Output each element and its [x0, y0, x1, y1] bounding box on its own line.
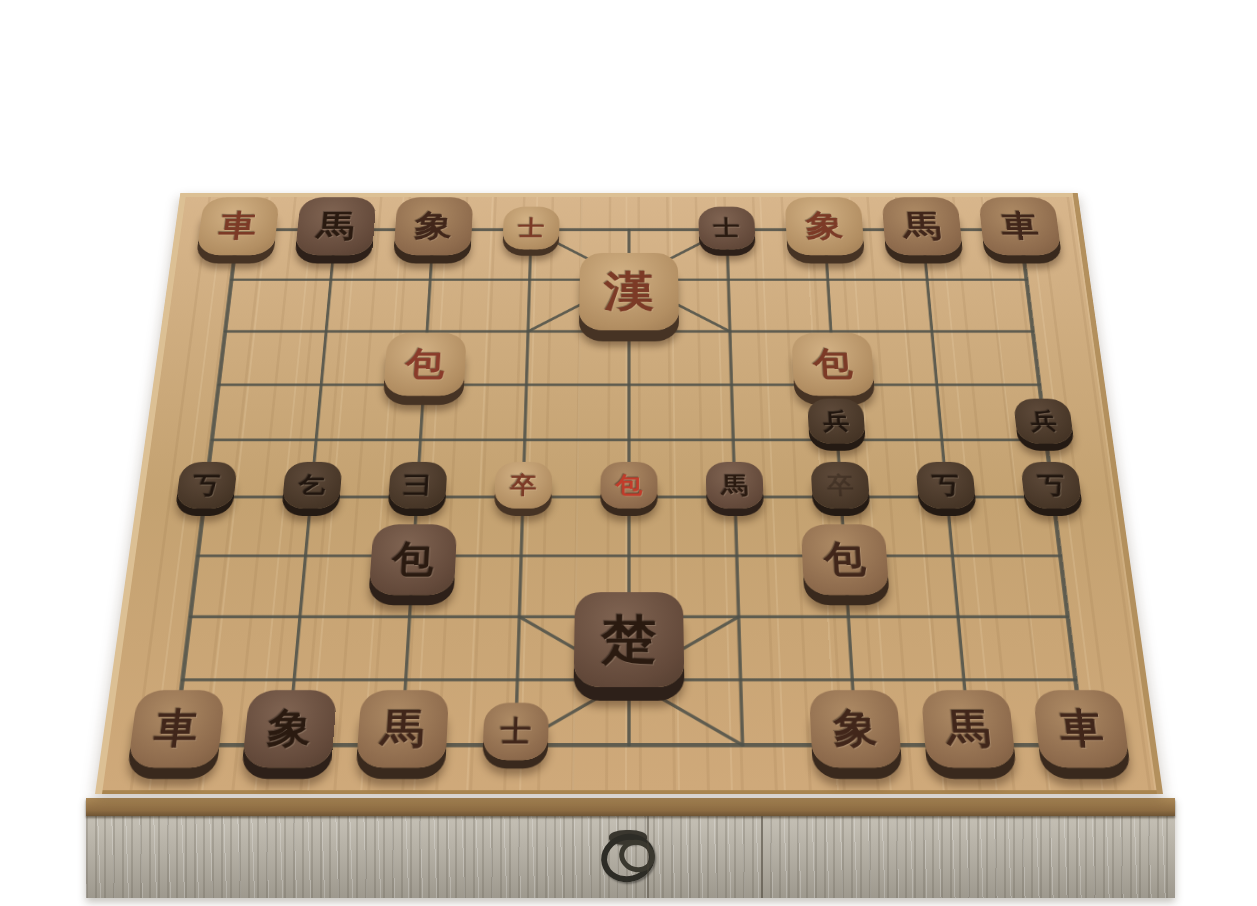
piece-glyph: 馬 — [315, 211, 355, 241]
board-point-c10[interactable]: 馬 — [342, 701, 460, 779]
piece-楚-e9[interactable]: 楚 — [573, 592, 684, 687]
board-point-h1[interactable]: 馬 — [871, 205, 974, 263]
piece-象-g1[interactable]: 象 — [784, 197, 864, 255]
piece-glyph: 士 — [713, 217, 740, 238]
board-point-g3[interactable]: 包 — [780, 341, 886, 404]
board-point-b10[interactable]: 象 — [227, 701, 348, 779]
piece-glyph: 丂 — [931, 473, 960, 496]
board-point-d3[interactable] — [474, 341, 578, 404]
board-point-b4[interactable] — [262, 405, 370, 450]
piece-glyph: 卒 — [826, 473, 854, 496]
board-point-i8[interactable] — [1004, 534, 1121, 605]
piece-glyph: 象 — [832, 708, 878, 749]
board-point-e3[interactable] — [577, 341, 680, 404]
board-point-f10[interactable] — [685, 701, 801, 779]
board-point-f9[interactable] — [683, 605, 797, 701]
board-point-h6[interactable]: 丂 — [891, 468, 1001, 515]
board-point-f8[interactable] — [682, 534, 792, 605]
board-point-g1[interactable]: 象 — [774, 205, 876, 263]
board-point-f7[interactable] — [682, 515, 789, 534]
piece-乞-b6[interactable]: 乞 — [281, 462, 342, 509]
board-point-a2[interactable] — [173, 263, 283, 341]
piece-漢-e2[interactable]: 漢 — [579, 253, 679, 331]
drawer-seam — [647, 816, 649, 898]
piece-包-g8[interactable]: 包 — [800, 524, 889, 595]
piece-兵-i4[interactable]: 兵 — [1013, 399, 1074, 444]
board-point-a4[interactable] — [158, 405, 267, 450]
piece-glyph: 包 — [823, 541, 867, 578]
piece-glyph: 象 — [804, 211, 843, 241]
board-point-i4[interactable]: 兵 — [990, 405, 1099, 450]
board-grid[interactable]: 車馬象士士象馬車漢包包兵兵丂乞彐卒包馬卒丂丂包包楚車象馬士象馬車 — [113, 205, 1145, 779]
piece-glyph: 士 — [517, 217, 544, 238]
board-point-e7[interactable] — [575, 515, 682, 534]
piece-glyph: 兵 — [1029, 410, 1058, 433]
board-point-h9[interactable] — [902, 605, 1022, 701]
board-point-b1[interactable]: 馬 — [282, 205, 385, 263]
piece-包-e6[interactable]: 包 — [600, 462, 657, 509]
drawer-seam — [761, 816, 763, 898]
board-point-c1[interactable]: 象 — [381, 205, 483, 263]
piece-車-a1[interactable]: 車 — [195, 197, 279, 255]
piece-glyph: 兵 — [822, 410, 850, 433]
board-point-h7[interactable] — [895, 515, 1004, 534]
board-point-b6[interactable]: 乞 — [255, 468, 365, 515]
board-point-d7[interactable] — [468, 515, 575, 534]
piece-glyph: 漢 — [603, 270, 654, 312]
piece-丂-a6[interactable]: 丂 — [174, 462, 237, 509]
board-point-a10[interactable]: 車 — [113, 701, 236, 779]
piece-士-d1[interactable]: 士 — [502, 207, 559, 250]
piece-glyph: 楚 — [600, 614, 656, 665]
piece-馬-h1[interactable]: 馬 — [881, 197, 963, 255]
board-point-i7[interactable] — [1002, 515, 1111, 534]
board-point-c2[interactable] — [375, 263, 480, 341]
piece-glyph: 包 — [812, 348, 853, 381]
piece-馬-b1[interactable]: 馬 — [294, 197, 376, 255]
board-point-g9[interactable] — [792, 605, 909, 701]
board-point-e4[interactable] — [576, 405, 681, 450]
board-point-d10[interactable]: 士 — [457, 701, 573, 779]
piece-包-c3[interactable]: 包 — [382, 333, 466, 396]
board-point-f6[interactable]: 馬 — [681, 468, 788, 515]
board-point-c8[interactable]: 包 — [355, 534, 468, 605]
board-point-e6[interactable]: 包 — [575, 468, 682, 515]
board-point-c3[interactable]: 包 — [370, 341, 476, 404]
board-point-i6[interactable]: 丂 — [996, 468, 1108, 515]
janggi-scene: 車馬象士士象馬車漢包包兵兵丂乞彐卒包馬卒丂丂包包楚車象馬士象馬車 — [0, 0, 1257, 906]
drawer-box-front — [86, 798, 1175, 898]
board-point-i9[interactable] — [1011, 605, 1134, 701]
piece-glyph: 乞 — [297, 473, 326, 496]
piece-glyph: 包 — [615, 473, 642, 496]
board-point-f3[interactable] — [679, 341, 783, 404]
piece-丂-i6[interactable]: 丂 — [1020, 462, 1083, 509]
piece-卒-d6[interactable]: 卒 — [493, 462, 551, 509]
board-point-i3[interactable] — [983, 341, 1093, 404]
board-point-h8[interactable] — [896, 534, 1011, 605]
piece-glyph: 包 — [404, 348, 445, 381]
board-point-b9[interactable] — [236, 605, 356, 701]
board-point-c4[interactable] — [367, 405, 474, 450]
board-front-edge — [86, 798, 1175, 816]
board-point-f1[interactable]: 士 — [677, 205, 777, 263]
janggi-board: 車馬象士士象馬車漢包包兵兵丂乞彐卒包馬卒丂丂包包楚車象馬士象馬車 — [95, 193, 1163, 794]
board-point-e10[interactable] — [571, 701, 686, 779]
piece-士-d10[interactable]: 士 — [482, 703, 549, 760]
piece-士-f1[interactable]: 士 — [698, 207, 755, 250]
piece-包-c8[interactable]: 包 — [368, 524, 457, 595]
board-point-a7[interactable] — [146, 515, 255, 534]
piece-車-a10[interactable]: 車 — [127, 690, 225, 768]
board-point-h10[interactable]: 馬 — [909, 701, 1030, 779]
piece-glyph: 士 — [500, 717, 531, 746]
board-point-g4[interactable]: 兵 — [783, 405, 890, 450]
piece-glyph: 馬 — [721, 473, 748, 496]
board-point-b3[interactable] — [267, 341, 375, 404]
piece-glyph: 馬 — [379, 708, 425, 749]
piece-象-c1[interactable]: 象 — [393, 197, 473, 255]
board-point-e2[interactable]: 漢 — [578, 263, 679, 341]
board-point-d2[interactable] — [477, 263, 579, 341]
board-point-g2[interactable] — [777, 263, 882, 341]
piece-glyph: 車 — [217, 211, 258, 241]
piece-glyph: 丂 — [191, 473, 220, 496]
board-point-e9[interactable]: 楚 — [572, 605, 684, 701]
piece-glyph: 卒 — [509, 473, 536, 496]
piece-glyph: 車 — [152, 708, 200, 749]
piece-象-g10[interactable]: 象 — [809, 690, 902, 768]
board-point-b7[interactable] — [253, 515, 362, 534]
board-point-c6[interactable]: 彐 — [362, 468, 471, 515]
board-point-a8[interactable] — [137, 534, 254, 605]
board-point-d8[interactable] — [465, 534, 575, 605]
board-point-h4[interactable] — [886, 405, 994, 450]
piece-glyph: 包 — [391, 541, 435, 578]
piece-彐-c6[interactable]: 彐 — [387, 462, 447, 509]
piece-丂-h6[interactable]: 丂 — [915, 462, 976, 509]
piece-馬-f6[interactable]: 馬 — [705, 462, 763, 509]
board-point-a3[interactable] — [164, 341, 274, 404]
board-point-a6[interactable]: 丂 — [149, 468, 261, 515]
board-point-b8[interactable] — [246, 534, 361, 605]
piece-glyph: 象 — [266, 708, 313, 749]
piece-車-i10[interactable]: 車 — [1032, 690, 1130, 768]
piece-glyph: 馬 — [944, 708, 991, 749]
piece-glyph: 彐 — [403, 473, 431, 496]
piece-車-i1[interactable]: 車 — [978, 197, 1062, 255]
board-point-f2[interactable] — [678, 263, 780, 341]
piece-glyph: 馬 — [902, 211, 942, 241]
board-point-i1[interactable]: 車 — [968, 205, 1073, 263]
piece-象-b10[interactable]: 象 — [241, 690, 337, 768]
board-point-h3[interactable] — [882, 341, 990, 404]
board-point-h2[interactable] — [876, 263, 983, 341]
piece-馬-c10[interactable]: 馬 — [355, 690, 448, 768]
piece-馬-h10[interactable]: 馬 — [921, 690, 1017, 768]
board-point-a1[interactable]: 車 — [184, 205, 289, 263]
piece-glyph: 車 — [1057, 708, 1105, 749]
board-point-g8[interactable]: 包 — [789, 534, 902, 605]
board-point-g10[interactable]: 象 — [797, 701, 915, 779]
board-point-f4[interactable] — [680, 405, 785, 450]
board-point-a9[interactable] — [123, 605, 246, 701]
piece-glyph: 車 — [999, 211, 1040, 241]
piece-glyph: 丂 — [1036, 473, 1065, 496]
board-point-d6[interactable]: 卒 — [469, 468, 576, 515]
piece-卒-g6[interactable]: 卒 — [810, 462, 870, 509]
piece-包-g3[interactable]: 包 — [791, 333, 875, 396]
board-point-d9[interactable] — [460, 605, 574, 701]
piece-兵-g4[interactable]: 兵 — [807, 399, 866, 444]
board-point-b2[interactable] — [274, 263, 381, 341]
board-point-d4[interactable] — [472, 405, 577, 450]
board-point-i2[interactable] — [975, 263, 1085, 341]
board-point-i10[interactable]: 車 — [1021, 701, 1144, 779]
piece-glyph: 象 — [413, 211, 452, 241]
board-point-c9[interactable] — [348, 605, 465, 701]
board-point-g6[interactable]: 卒 — [786, 468, 895, 515]
board-point-d1[interactable]: 士 — [480, 205, 580, 263]
